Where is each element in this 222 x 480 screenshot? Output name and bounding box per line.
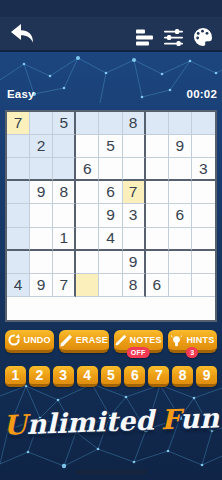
cell-r1c5[interactable] xyxy=(99,112,122,135)
cell-r4c9[interactable] xyxy=(192,181,215,204)
cell-r3c2[interactable] xyxy=(30,158,53,181)
cell-r8c1[interactable]: 4 xyxy=(7,274,30,297)
cell-r3c7[interactable] xyxy=(146,158,169,181)
cell-r7c7[interactable] xyxy=(146,251,169,274)
cell-r4c8[interactable] xyxy=(169,181,192,204)
cell-r8c5[interactable] xyxy=(99,274,122,297)
cell-r1c3[interactable]: 5 xyxy=(53,112,76,135)
cell-r6c3[interactable]: 1 xyxy=(53,228,76,251)
eraser-icon xyxy=(60,334,73,347)
cell-r7c2[interactable] xyxy=(30,251,53,274)
status-bar xyxy=(0,0,222,17)
sudoku-board: 75825963986793614949786 xyxy=(5,110,217,322)
theme-palette-icon[interactable] xyxy=(192,26,214,48)
cell-r4c5[interactable]: 6 xyxy=(99,181,122,204)
cell-r5c8[interactable]: 6 xyxy=(169,204,192,227)
hints-button[interactable]: HINTS 3 xyxy=(168,330,217,353)
cell-r8c7[interactable]: 6 xyxy=(146,274,169,297)
cell-r7c3[interactable] xyxy=(53,251,76,274)
cell-r2c7[interactable] xyxy=(146,135,169,158)
cell-r6c4[interactable] xyxy=(76,228,99,251)
cell-r2c8[interactable]: 9 xyxy=(169,135,192,158)
cell-r5c5[interactable]: 9 xyxy=(99,204,122,227)
cell-r8c3[interactable]: 7 xyxy=(53,274,76,297)
cell-r3c1[interactable] xyxy=(7,158,30,181)
notes-label: NOTES xyxy=(130,335,162,345)
cell-r4c4[interactable] xyxy=(76,181,99,204)
cell-r3c6[interactable] xyxy=(123,158,146,181)
cell-r8c6[interactable]: 8 xyxy=(123,274,146,297)
hints-count-badge: 3 xyxy=(186,347,198,358)
stats-bars-icon[interactable] xyxy=(136,29,155,46)
numpad-key-1[interactable]: 1 xyxy=(5,366,26,387)
numpad-key-7[interactable]: 7 xyxy=(148,366,169,387)
banner-initial-u: U xyxy=(3,409,28,441)
cell-r3c9[interactable]: 3 xyxy=(192,158,215,181)
cell-r7c6[interactable]: 9 xyxy=(123,251,146,274)
cell-r3c8[interactable] xyxy=(169,158,192,181)
hints-label: HINTS xyxy=(186,335,214,345)
lightbulb-icon xyxy=(170,334,183,347)
banner-word1-rest: nlimited xyxy=(26,405,155,440)
cell-r6c7[interactable] xyxy=(146,228,169,251)
cell-r5c3[interactable] xyxy=(53,204,76,227)
cell-r1c6[interactable]: 8 xyxy=(123,112,146,135)
cell-r2c2[interactable]: 2 xyxy=(30,135,53,158)
cell-r2c5[interactable]: 5 xyxy=(99,135,122,158)
cell-r7c8[interactable] xyxy=(169,251,192,274)
action-toolbar: UNDO ERASE NOTES OFF HINTS 3 xyxy=(5,330,217,353)
cell-r2c4[interactable] xyxy=(76,135,99,158)
notes-button[interactable]: NOTES OFF xyxy=(114,330,163,353)
cell-r5c7[interactable] xyxy=(146,204,169,227)
game-info-row: Easy 00:02 xyxy=(7,88,217,100)
cell-r5c2[interactable] xyxy=(30,204,53,227)
cell-r6c2[interactable] xyxy=(30,228,53,251)
cell-r2c6[interactable] xyxy=(123,135,146,158)
cell-r6c5[interactable]: 4 xyxy=(99,228,122,251)
cell-r4c1[interactable] xyxy=(7,181,30,204)
cell-r1c8[interactable] xyxy=(169,112,192,135)
cell-r8c4[interactable] xyxy=(76,274,99,297)
difficulty-label: Easy xyxy=(7,88,35,100)
cell-r1c7[interactable] xyxy=(146,112,169,135)
cell-r2c9[interactable] xyxy=(192,135,215,158)
number-pad: 1 2 3 4 5 6 7 8 9 xyxy=(5,366,217,387)
cell-r6c9[interactable] xyxy=(192,228,215,251)
cell-r7c5[interactable] xyxy=(99,251,122,274)
back-arrow-icon[interactable] xyxy=(9,21,35,45)
cell-r2c1[interactable] xyxy=(7,135,30,158)
cell-r5c9[interactable] xyxy=(192,204,215,227)
cell-r3c3[interactable] xyxy=(53,158,76,181)
numpad-key-6[interactable]: 6 xyxy=(124,366,145,387)
cell-r4c2[interactable]: 9 xyxy=(30,181,53,204)
undo-button[interactable]: UNDO xyxy=(5,330,54,353)
notes-off-badge: OFF xyxy=(127,347,150,358)
cell-r8c2[interactable]: 9 xyxy=(30,274,53,297)
numpad-key-2[interactable]: 2 xyxy=(29,366,50,387)
cell-r5c6[interactable]: 3 xyxy=(123,204,146,227)
cell-r4c6[interactable]: 7 xyxy=(123,181,146,204)
cell-r3c5[interactable] xyxy=(99,158,122,181)
cell-r2c3[interactable] xyxy=(53,135,76,158)
sudoku-app-screen: Easy 00:02 75825963986793614949786 UNDO … xyxy=(0,0,222,480)
cell-r6c8[interactable] xyxy=(169,228,192,251)
pencil-icon xyxy=(115,334,127,346)
cell-r5c1[interactable] xyxy=(7,204,30,227)
numpad-key-5[interactable]: 5 xyxy=(101,366,122,387)
erase-label: ERASE xyxy=(76,335,108,345)
cell-r1c9[interactable] xyxy=(192,112,215,135)
numpad-key-9[interactable]: 9 xyxy=(196,366,217,387)
navbar-actions xyxy=(136,26,214,48)
cell-r1c4[interactable] xyxy=(76,112,99,135)
cell-r8c8[interactable] xyxy=(169,274,192,297)
banner-initial-f: F xyxy=(160,404,180,436)
cell-r7c1[interactable] xyxy=(7,251,30,274)
numpad-key-3[interactable]: 3 xyxy=(53,366,74,387)
banner-word2-rest: un xyxy=(179,402,219,434)
cell-r6c1[interactable] xyxy=(7,228,30,251)
cell-r3c4[interactable]: 6 xyxy=(76,158,99,181)
undo-label: UNDO xyxy=(23,335,50,345)
cell-r5c4[interactable] xyxy=(76,204,99,227)
cell-r7c4[interactable] xyxy=(76,251,99,274)
cell-r4c3[interactable]: 8 xyxy=(53,181,76,204)
timer: 00:02 xyxy=(187,88,217,100)
cell-r6c6[interactable] xyxy=(123,228,146,251)
undo-arrow-icon xyxy=(8,334,20,346)
numpad-key-8[interactable]: 8 xyxy=(172,366,193,387)
cell-r8c9[interactable] xyxy=(192,274,215,297)
numpad-key-4[interactable]: 4 xyxy=(77,366,98,387)
top-navigation-bar xyxy=(0,0,222,52)
cell-r1c2[interactable] xyxy=(30,112,53,135)
settings-sliders-icon[interactable] xyxy=(164,29,183,46)
erase-button[interactable]: ERASE xyxy=(59,330,108,353)
cell-r4c7[interactable] xyxy=(146,181,169,204)
cell-r1c1[interactable]: 7 xyxy=(7,112,30,135)
cell-r7c9[interactable] xyxy=(192,251,215,274)
home-indicator[interactable] xyxy=(75,470,147,474)
